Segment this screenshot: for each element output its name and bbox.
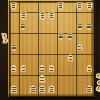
香-glyph-ink (87, 87, 91, 91)
香-glyph-ink (87, 3, 91, 7)
歩-glyph-ink (12, 67, 15, 71)
captured-glyph-ink (97, 87, 100, 91)
歩-glyph-ink (88, 67, 91, 71)
歩-glyph-ink (78, 46, 81, 50)
金-glyph-ink (59, 3, 63, 7)
歩-glyph-ink (50, 67, 53, 71)
飛-glyph-ink (21, 14, 25, 18)
銀-glyph-ink (31, 87, 35, 91)
歩-glyph-ink (69, 35, 72, 39)
captured-glyph-ink (3, 39, 6, 43)
歩-glyph-ink (69, 56, 72, 60)
銀-glyph-ink (40, 14, 44, 18)
captured-glyph-ink (97, 73, 100, 77)
玉-glyph-ink (50, 87, 54, 91)
香-glyph-ink (12, 87, 16, 91)
桂-glyph-ink (78, 3, 82, 7)
shogi-board (8, 0, 94, 97)
captured-glyph-ink (2, 33, 5, 37)
歩-glyph-ink (40, 67, 43, 71)
歩-glyph-ink (22, 24, 25, 28)
歩-glyph-ink (78, 24, 81, 28)
captured-glyph-ink (97, 80, 100, 84)
歩-glyph-ink (22, 67, 25, 71)
金-glyph-ink (40, 87, 44, 91)
歩-glyph-ink (12, 45, 15, 49)
玉-glyph-ink (50, 14, 54, 18)
歩-glyph-ink (59, 35, 62, 39)
歩-glyph-ink (88, 24, 91, 28)
飛-glyph-ink (40, 77, 44, 81)
香-glyph-ink (12, 3, 16, 7)
